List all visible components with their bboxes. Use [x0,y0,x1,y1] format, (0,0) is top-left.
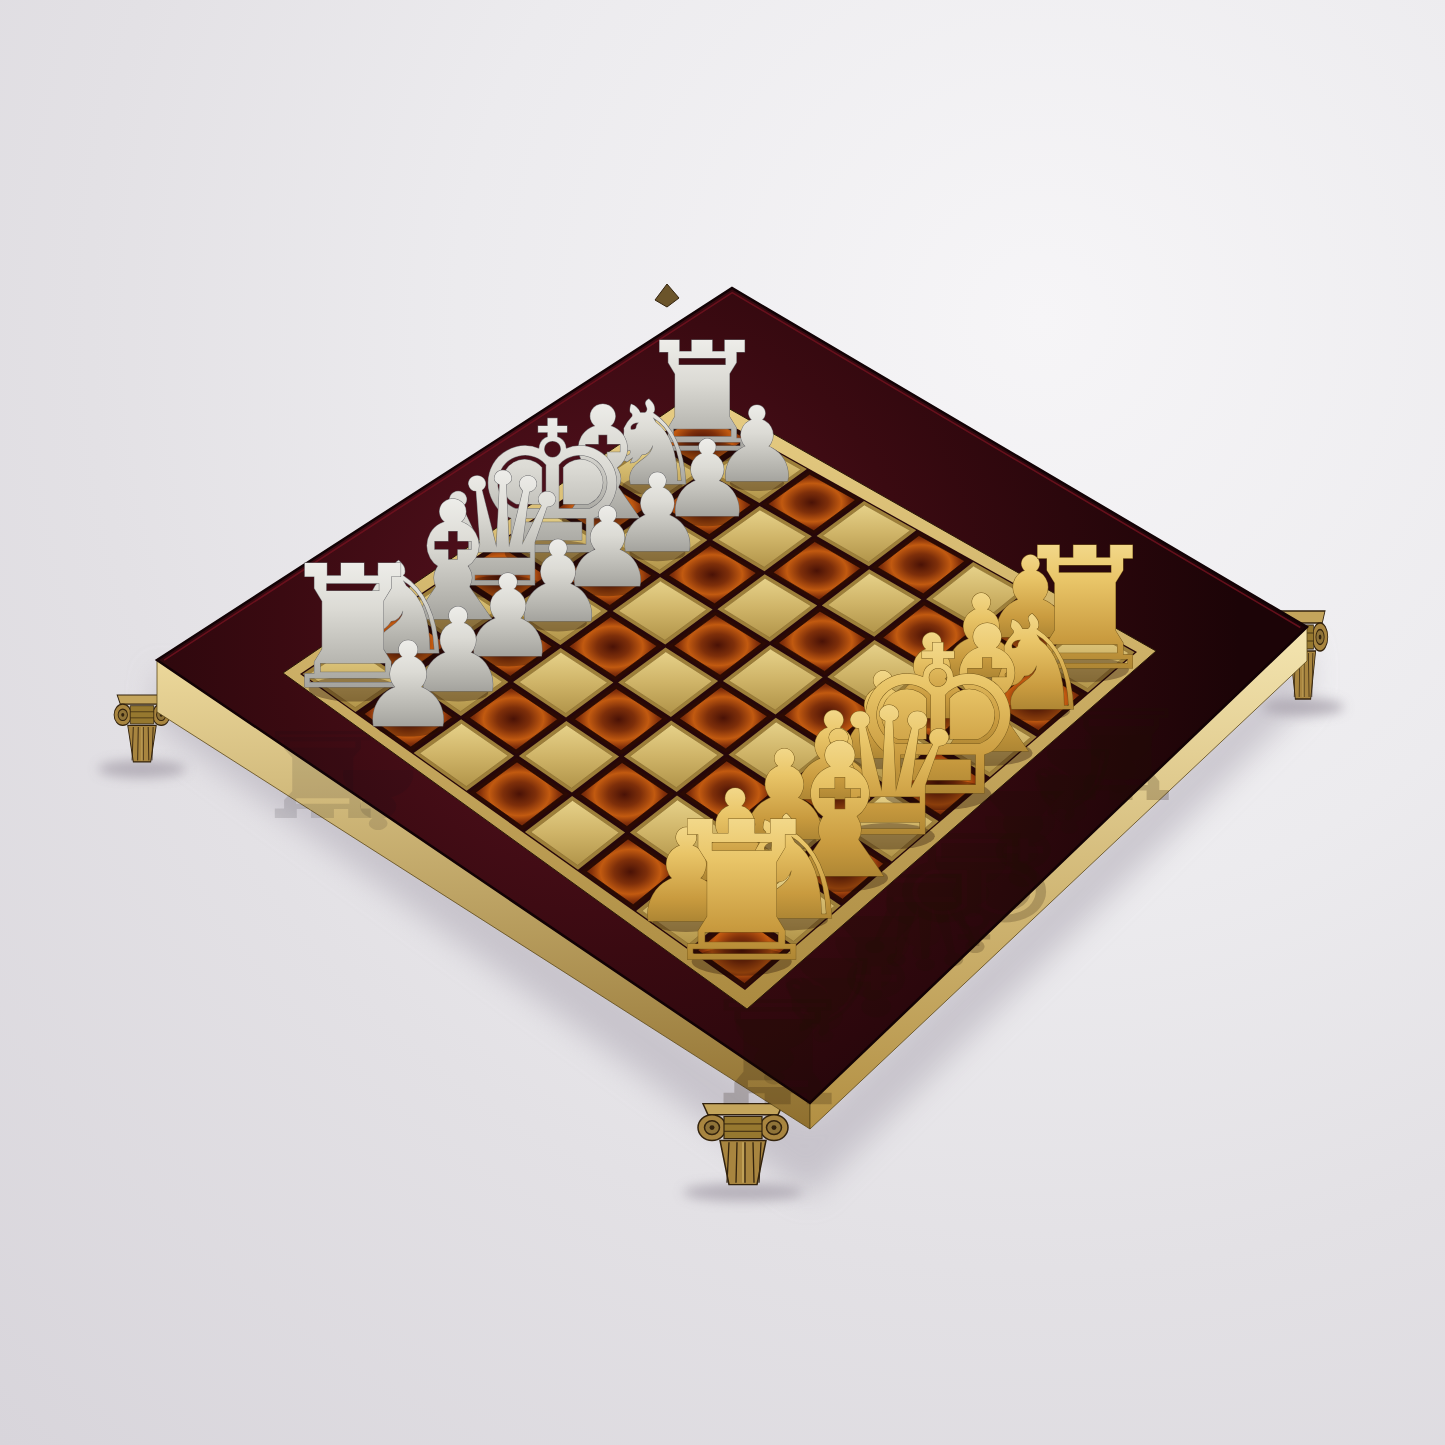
foot-bottom-shadow [683,1183,803,1201]
chess-set-photo: ♜♟♟♟♟♟♟♟♟♟♜♞♝♛♚♝♞♜♜♟♞♟♝♟♚♛♟♝♟♟♞♟♜♟♜♟♞♟♟♝… [0,0,1445,1445]
foot-top-sliver [655,284,679,307]
studio-scene: ♜♟♟♟♟♟♟♟♟♟♜♞♝♛♚♝♞♜♜♟♞♟♝♟♚♛♟♝♟♟♞♟♜♟♜♟♞♟♟♝… [0,0,1445,1445]
foot-right-shadow [1262,698,1344,716]
piece-a7-silver-pawn[interactable]: ♟ [356,617,461,754]
piece-a1-gold-rook[interactable]: ♜ [656,781,828,1004]
foot-left-shadow [98,760,186,778]
